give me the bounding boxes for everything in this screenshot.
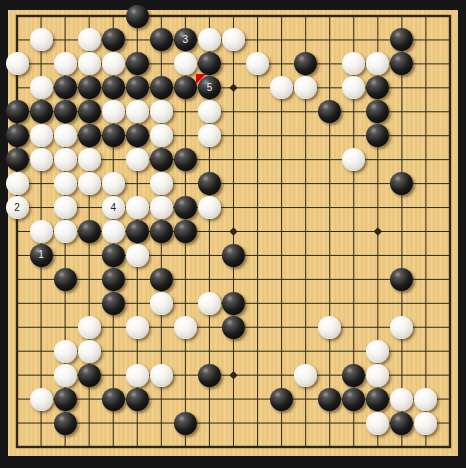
stone-black[interactable]	[54, 268, 77, 291]
stone-white[interactable]	[30, 76, 53, 99]
stone-black[interactable]	[126, 52, 149, 75]
stone-white[interactable]	[30, 148, 53, 171]
stone-black[interactable]	[78, 100, 101, 123]
stone-white[interactable]	[78, 172, 101, 195]
stone-black[interactable]	[222, 244, 245, 267]
move-number-label: 3	[183, 35, 189, 45]
star-point	[374, 227, 382, 235]
stone-black[interactable]	[270, 388, 293, 411]
stone-black[interactable]	[6, 100, 29, 123]
stone-white[interactable]	[150, 364, 173, 387]
stone-black[interactable]	[102, 292, 125, 315]
stone-white[interactable]	[78, 148, 101, 171]
stone-black[interactable]	[78, 76, 101, 99]
stone-white[interactable]	[198, 292, 221, 315]
stone-white[interactable]	[198, 124, 221, 147]
stone-white[interactable]	[150, 196, 173, 219]
stone-white[interactable]	[150, 292, 173, 315]
stone-white[interactable]	[78, 28, 101, 51]
stone-black[interactable]	[174, 412, 197, 435]
stone-black[interactable]	[198, 364, 221, 387]
stone-black[interactable]	[78, 124, 101, 147]
stone-white[interactable]	[102, 52, 125, 75]
stone-white[interactable]	[54, 172, 77, 195]
stone-white[interactable]	[294, 364, 317, 387]
stone-white[interactable]	[54, 196, 77, 219]
stone-black[interactable]	[102, 124, 125, 147]
stone-white[interactable]	[150, 124, 173, 147]
stone-black[interactable]	[150, 268, 173, 291]
stone-white[interactable]: 2	[6, 196, 29, 219]
stone-black[interactable]	[54, 412, 77, 435]
stone-white[interactable]	[126, 364, 149, 387]
stone-black[interactable]	[342, 364, 365, 387]
stone-white[interactable]	[54, 340, 77, 363]
stone-black[interactable]	[150, 220, 173, 243]
stone-white[interactable]	[102, 220, 125, 243]
stone-white[interactable]	[78, 340, 101, 363]
stone-black[interactable]	[6, 124, 29, 147]
stone-black[interactable]	[150, 76, 173, 99]
stone-black[interactable]	[78, 364, 101, 387]
move-number-label: 4	[110, 203, 116, 213]
stone-black[interactable]	[126, 220, 149, 243]
move-number-label: 1	[38, 250, 44, 260]
move-number-label: 5	[207, 83, 213, 93]
stone-white[interactable]	[366, 364, 389, 387]
stone-black[interactable]	[198, 172, 221, 195]
stone-black[interactable]	[342, 388, 365, 411]
stone-white[interactable]	[390, 388, 413, 411]
stone-white[interactable]	[30, 388, 53, 411]
stone-white[interactable]	[54, 220, 77, 243]
stone-black[interactable]	[126, 124, 149, 147]
stone-black[interactable]	[174, 220, 197, 243]
stone-white[interactable]	[78, 52, 101, 75]
stone-black[interactable]	[126, 76, 149, 99]
stone-white[interactable]	[54, 148, 77, 171]
stone-black[interactable]	[78, 220, 101, 243]
stone-black[interactable]	[174, 148, 197, 171]
stone-black[interactable]	[126, 5, 149, 28]
stone-white[interactable]	[54, 364, 77, 387]
stone-black[interactable]	[102, 388, 125, 411]
app-window: 35241	[0, 0, 466, 468]
stone-black[interactable]	[102, 268, 125, 291]
stone-black[interactable]	[150, 148, 173, 171]
star-point	[229, 84, 237, 92]
stone-white[interactable]	[150, 172, 173, 195]
stone-white[interactable]	[126, 196, 149, 219]
stone-black[interactable]	[366, 388, 389, 411]
stone-black[interactable]	[54, 100, 77, 123]
stone-white[interactable]	[30, 28, 53, 51]
stone-black[interactable]	[54, 76, 77, 99]
stone-white[interactable]	[126, 244, 149, 267]
stone-white[interactable]	[366, 412, 389, 435]
stone-white[interactable]	[198, 196, 221, 219]
stone-black[interactable]	[102, 76, 125, 99]
star-point	[229, 371, 237, 379]
stone-black[interactable]	[390, 412, 413, 435]
stone-white[interactable]	[126, 148, 149, 171]
stone-white[interactable]	[414, 412, 437, 435]
move-number-label: 2	[14, 203, 20, 213]
stone-white[interactable]: 4	[102, 196, 125, 219]
stone-black[interactable]	[126, 388, 149, 411]
stone-white[interactable]	[150, 100, 173, 123]
stone-white[interactable]	[30, 220, 53, 243]
stone-black[interactable]	[54, 388, 77, 411]
stone-black[interactable]	[318, 388, 341, 411]
stone-black[interactable]: 1	[30, 244, 53, 267]
stone-white[interactable]	[390, 316, 413, 339]
last-move-red-triangle-icon	[196, 74, 206, 84]
stone-white[interactable]	[54, 124, 77, 147]
star-point	[229, 227, 237, 235]
stone-black[interactable]	[30, 100, 53, 123]
stone-white[interactable]	[126, 316, 149, 339]
stone-black[interactable]	[102, 244, 125, 267]
go-board[interactable]: 35241	[8, 10, 458, 456]
stone-white[interactable]	[366, 340, 389, 363]
stone-white[interactable]	[54, 52, 77, 75]
stone-black[interactable]	[174, 196, 197, 219]
stone-white[interactable]	[30, 124, 53, 147]
stone-white[interactable]	[102, 172, 125, 195]
stone-black[interactable]	[6, 148, 29, 171]
stone-white[interactable]	[102, 100, 125, 123]
stone-white[interactable]	[318, 316, 341, 339]
stone-white[interactable]	[6, 172, 29, 195]
stone-black[interactable]	[222, 316, 245, 339]
stone-white[interactable]	[6, 52, 29, 75]
stone-white[interactable]	[126, 100, 149, 123]
stone-white[interactable]	[414, 388, 437, 411]
stone-white[interactable]	[78, 316, 101, 339]
stone-black[interactable]	[222, 292, 245, 315]
stone-white[interactable]	[174, 316, 197, 339]
